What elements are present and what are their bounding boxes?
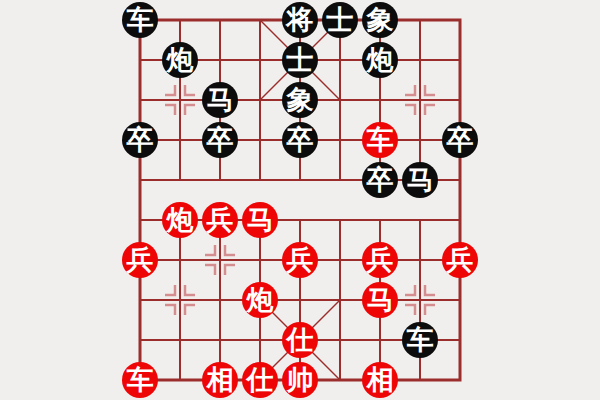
black-soldier-piece[interactable]: 卒 xyxy=(442,122,478,158)
black-chariot-piece[interactable]: 车 xyxy=(122,2,158,38)
red-elephant-piece[interactable]: 相 xyxy=(202,362,238,398)
black-elephant-piece[interactable]: 象 xyxy=(282,82,318,118)
red-soldier-piece[interactable]: 兵 xyxy=(362,242,398,278)
black-chariot-piece[interactable]: 车 xyxy=(402,322,438,358)
black-general-piece[interactable]: 将 xyxy=(282,2,318,38)
black-elephant-piece[interactable]: 象 xyxy=(362,2,398,38)
red-elephant-piece[interactable]: 相 xyxy=(362,362,398,398)
red-advisor-piece[interactable]: 仕 xyxy=(282,322,318,358)
screen-background: 车将士象炮士炮马象卒卒卒车卒卒马炮兵马兵兵兵兵炮马仕车车相仕帅相 xyxy=(0,0,600,400)
black-advisor-piece[interactable]: 士 xyxy=(282,42,318,78)
black-horse-piece[interactable]: 马 xyxy=(202,82,238,118)
red-soldier-piece[interactable]: 兵 xyxy=(202,202,238,238)
red-general-piece[interactable]: 帅 xyxy=(282,362,318,398)
red-soldier-piece[interactable]: 兵 xyxy=(282,242,318,278)
red-horse-piece[interactable]: 马 xyxy=(242,202,278,238)
black-soldier-piece[interactable]: 卒 xyxy=(362,162,398,198)
red-cannon-piece[interactable]: 炮 xyxy=(242,282,278,318)
black-soldier-piece[interactable]: 卒 xyxy=(282,122,318,158)
red-chariot-piece[interactable]: 车 xyxy=(362,122,398,158)
black-advisor-piece[interactable]: 士 xyxy=(322,2,358,38)
red-advisor-piece[interactable]: 仕 xyxy=(242,362,278,398)
black-soldier-piece[interactable]: 卒 xyxy=(122,122,158,158)
black-horse-piece[interactable]: 马 xyxy=(402,162,438,198)
red-chariot-piece[interactable]: 车 xyxy=(122,362,158,398)
xiangqi-board[interactable]: 车将士象炮士炮马象卒卒卒车卒卒马炮兵马兵兵兵兵炮马仕车车相仕帅相 xyxy=(0,0,600,400)
red-cannon-piece[interactable]: 炮 xyxy=(162,202,198,238)
red-soldier-piece[interactable]: 兵 xyxy=(442,242,478,278)
black-cannon-piece[interactable]: 炮 xyxy=(162,42,198,78)
red-soldier-piece[interactable]: 兵 xyxy=(122,242,158,278)
red-horse-piece[interactable]: 马 xyxy=(362,282,398,318)
black-cannon-piece[interactable]: 炮 xyxy=(362,42,398,78)
black-soldier-piece[interactable]: 卒 xyxy=(202,122,238,158)
